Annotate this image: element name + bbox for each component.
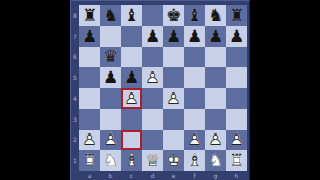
- square-c3[interactable]: [121, 109, 142, 130]
- piece-white-knight[interactable]: ♞♘: [205, 150, 226, 171]
- square-a4[interactable]: [79, 88, 100, 109]
- square-c6[interactable]: [121, 47, 142, 68]
- square-d5[interactable]: ♟♙: [142, 67, 163, 88]
- square-d1[interactable]: ♛♕: [142, 150, 163, 171]
- piece-white-king[interactable]: ♚♔: [163, 150, 184, 171]
- square-h7[interactable]: ♟: [226, 26, 247, 47]
- square-c1[interactable]: ♝♗: [121, 150, 142, 171]
- piece-white-rook[interactable]: ♜♖: [226, 150, 247, 171]
- square-c8[interactable]: ♝: [121, 5, 142, 26]
- square-h2[interactable]: ♟♙: [226, 130, 247, 151]
- rank-label-8: 8: [71, 5, 79, 26]
- square-g1[interactable]: ♞♘: [205, 150, 226, 171]
- square-b5[interactable]: ♟: [100, 67, 121, 88]
- square-h6[interactable]: [226, 47, 247, 68]
- piece-black-rook[interactable]: ♜: [226, 5, 247, 26]
- square-g3[interactable]: [205, 109, 226, 130]
- piece-white-rook[interactable]: ♜♖: [79, 150, 100, 171]
- square-h1[interactable]: ♜♖: [226, 150, 247, 171]
- piece-black-pawn[interactable]: ♟: [121, 67, 142, 88]
- rank-label-4: 4: [71, 88, 79, 109]
- piece-white-pawn[interactable]: ♟♙: [142, 67, 163, 88]
- square-g7[interactable]: ♟: [205, 26, 226, 47]
- square-h4[interactable]: [226, 88, 247, 109]
- square-e5[interactable]: [163, 67, 184, 88]
- piece-white-pawn[interactable]: ♟♙: [205, 130, 226, 151]
- square-g6[interactable]: [205, 47, 226, 68]
- rank-label-5: 5: [71, 67, 79, 88]
- piece-black-bishop[interactable]: ♝: [184, 5, 205, 26]
- square-c2[interactable]: [121, 130, 142, 151]
- square-d3[interactable]: [142, 109, 163, 130]
- file-label-e: e: [163, 171, 184, 180]
- file-label-b: b: [100, 171, 121, 180]
- piece-black-pawn[interactable]: ♟: [163, 26, 184, 47]
- square-f5[interactable]: [184, 67, 205, 88]
- square-a5[interactable]: [79, 67, 100, 88]
- piece-black-king[interactable]: ♚: [163, 5, 184, 26]
- square-e3[interactable]: [163, 109, 184, 130]
- square-c7[interactable]: [121, 26, 142, 47]
- square-b6[interactable]: ♛: [100, 47, 121, 68]
- square-e7[interactable]: ♟: [163, 26, 184, 47]
- square-f4[interactable]: [184, 88, 205, 109]
- square-a2[interactable]: ♟♙: [79, 130, 100, 151]
- square-a6[interactable]: [79, 47, 100, 68]
- file-label-a: a: [79, 171, 100, 180]
- rank-label-2: 2: [71, 130, 79, 151]
- square-e4[interactable]: ♟♙: [163, 88, 184, 109]
- square-f8[interactable]: ♝: [184, 5, 205, 26]
- rank-labels: 87654321: [71, 5, 79, 171]
- board-grid: ♜♞♝♚♝♞♜♟♟♟♟♟♟♛♟♟♟♙♟♙♟♙♟♙♟♙♟♙♟♙♟♙♜♖♞♘♝♗♛♕…: [79, 5, 247, 171]
- square-g2[interactable]: ♟♙: [205, 130, 226, 151]
- file-label-d: d: [142, 171, 163, 180]
- square-b7[interactable]: [100, 26, 121, 47]
- square-b2[interactable]: ♟♙: [100, 130, 121, 151]
- square-d2[interactable]: [142, 130, 163, 151]
- piece-white-bishop[interactable]: ♝♗: [184, 150, 205, 171]
- square-g4[interactable]: [205, 88, 226, 109]
- chess-board: 87654321 ♜♞♝♚♝♞♜♟♟♟♟♟♟♛♟♟♟♙♟♙♟♙♟♙♟♙♟♙♟♙♟…: [70, 0, 250, 180]
- square-h5[interactable]: [226, 67, 247, 88]
- square-e6[interactable]: [163, 47, 184, 68]
- piece-black-pawn[interactable]: ♟: [226, 26, 247, 47]
- square-h3[interactable]: [226, 109, 247, 130]
- square-b3[interactable]: [100, 109, 121, 130]
- background: 87654321 ♜♞♝♚♝♞♜♟♟♟♟♟♟♛♟♟♟♙♟♙♟♙♟♙♟♙♟♙♟♙♟…: [0, 0, 320, 180]
- file-label-g: g: [205, 171, 226, 180]
- square-b4[interactable]: [100, 88, 121, 109]
- square-f3[interactable]: [184, 109, 205, 130]
- square-e2[interactable]: [163, 130, 184, 151]
- rank-label-6: 6: [71, 47, 79, 68]
- piece-black-pawn[interactable]: ♟: [205, 26, 226, 47]
- square-f6[interactable]: [184, 47, 205, 68]
- piece-white-pawn[interactable]: ♟♙: [79, 130, 100, 151]
- piece-white-pawn[interactable]: ♟♙: [226, 130, 247, 151]
- piece-white-pawn[interactable]: ♟♙: [184, 130, 205, 151]
- piece-black-queen[interactable]: ♛: [100, 47, 121, 68]
- piece-white-bishop[interactable]: ♝♗: [121, 150, 142, 171]
- piece-black-pawn[interactable]: ♟: [142, 26, 163, 47]
- piece-white-pawn[interactable]: ♟♙: [163, 88, 184, 109]
- square-b1[interactable]: ♞♘: [100, 150, 121, 171]
- piece-black-rook[interactable]: ♜: [79, 5, 100, 26]
- square-d7[interactable]: ♟: [142, 26, 163, 47]
- square-a7[interactable]: ♟: [79, 26, 100, 47]
- piece-black-bishop[interactable]: ♝: [121, 5, 142, 26]
- piece-white-knight[interactable]: ♞♘: [100, 150, 121, 171]
- rank-label-3: 3: [71, 109, 79, 130]
- piece-black-pawn[interactable]: ♟: [100, 67, 121, 88]
- square-a8[interactable]: ♜: [79, 5, 100, 26]
- square-f1[interactable]: ♝♗: [184, 150, 205, 171]
- square-a1[interactable]: ♜♖: [79, 150, 100, 171]
- piece-black-pawn[interactable]: ♟: [184, 26, 205, 47]
- square-d8[interactable]: [142, 5, 163, 26]
- piece-black-knight[interactable]: ♞: [100, 5, 121, 26]
- square-a3[interactable]: [79, 109, 100, 130]
- file-label-f: f: [184, 171, 205, 180]
- piece-black-pawn[interactable]: ♟: [79, 26, 100, 47]
- file-label-h: h: [226, 171, 247, 180]
- piece-white-pawn[interactable]: ♟♙: [100, 130, 121, 151]
- square-e1[interactable]: ♚♔: [163, 150, 184, 171]
- piece-white-queen[interactable]: ♛♕: [142, 150, 163, 171]
- square-c4[interactable]: ♟♙: [121, 88, 142, 109]
- square-d4[interactable]: [142, 88, 163, 109]
- square-d6[interactable]: [142, 47, 163, 68]
- square-f2[interactable]: ♟♙: [184, 130, 205, 151]
- piece-white-pawn[interactable]: ♟♙: [121, 88, 142, 109]
- square-b8[interactable]: ♞: [100, 5, 121, 26]
- square-g5[interactable]: [205, 67, 226, 88]
- rank-label-7: 7: [71, 26, 79, 47]
- file-labels: abcdefgh: [79, 171, 247, 180]
- piece-black-knight[interactable]: ♞: [205, 5, 226, 26]
- square-h8[interactable]: ♜: [226, 5, 247, 26]
- square-g8[interactable]: ♞: [205, 5, 226, 26]
- square-f7[interactable]: ♟: [184, 26, 205, 47]
- rank-label-1: 1: [71, 150, 79, 171]
- square-c5[interactable]: ♟: [121, 67, 142, 88]
- square-e8[interactable]: ♚: [163, 5, 184, 26]
- file-label-c: c: [121, 171, 142, 180]
